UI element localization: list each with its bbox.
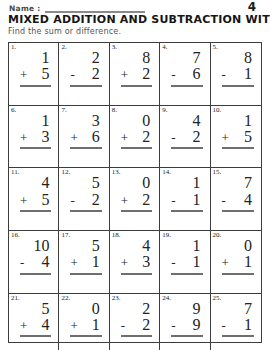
vertical-problem: 4 + 5 — [20, 175, 51, 230]
problem-cell: 19. 1 - 1 — [160, 231, 210, 294]
answer-space — [171, 149, 202, 167]
bottom-operand: 6 — [193, 66, 201, 82]
top-operand: 0 — [70, 301, 101, 317]
answer-space — [20, 87, 51, 105]
problem-grid: 1. 1 + 5 2. 2 - 2 3. 8 + — [8, 42, 262, 343]
vertical-problem: 4 - 2 — [171, 113, 202, 168]
problem-number: 20. — [213, 232, 222, 239]
answer-space — [20, 275, 51, 293]
operation-row: + 5 — [222, 129, 254, 145]
problem-cell: 25. 7 - 1 — [211, 294, 261, 350]
top-operand: 0 — [121, 113, 152, 129]
problem-cell: 5. 8 - 1 — [211, 43, 261, 106]
bottom-operand: 6 — [92, 129, 100, 145]
top-operand: 0 — [222, 238, 254, 254]
answer-space — [121, 337, 152, 350]
problem-number: 4. — [162, 44, 167, 51]
problem-number: 6. — [11, 107, 16, 114]
problem-cell: 23. 2 - 2 — [110, 294, 160, 350]
operator-sign: - — [171, 194, 175, 208]
answer-space — [121, 212, 152, 230]
operation-row: + 5 — [20, 66, 51, 82]
problem-number: 13. — [112, 169, 121, 176]
top-operand: 7 — [171, 50, 202, 66]
problem-cell: 13. 0 + 2 — [110, 168, 160, 231]
vertical-problem: 1 - 1 — [171, 175, 202, 230]
answer-space — [171, 87, 202, 105]
answer-space — [171, 337, 202, 350]
worksheet-instructions: Find the sum or difference. — [8, 27, 121, 36]
problem-cell: 15. 7 - 4 — [211, 168, 261, 231]
problem-cell: 18. 4 + 3 — [110, 231, 160, 294]
problem-cell: 17. 5 + 1 — [59, 231, 109, 294]
vertical-problem: 3 + 6 — [70, 113, 101, 168]
problem-number: 2. — [61, 44, 66, 51]
problem-number: 11. — [11, 169, 20, 176]
operator-sign: + — [121, 256, 128, 270]
bottom-operand: 9 — [193, 317, 201, 333]
operator-sign: - — [222, 319, 226, 333]
vertical-problem: 1 + 3 — [20, 113, 51, 168]
operator-sign: + — [70, 256, 77, 270]
problem-cell: 12. 5 - 2 — [59, 168, 109, 231]
vertical-problem: 1 - 1 — [171, 238, 202, 293]
top-operand: 2 — [70, 50, 101, 66]
problem-number: 10. — [213, 107, 222, 114]
top-operand: 3 — [70, 113, 101, 129]
vertical-problem: 9 - 9 — [171, 301, 202, 350]
answer-space — [70, 212, 101, 230]
problem-number: 3. — [112, 44, 117, 51]
vertical-problem: 7 - 4 — [222, 175, 254, 230]
top-operand: 7 — [222, 301, 254, 317]
operation-row: - 1 — [171, 254, 202, 270]
operation-row: + 5 — [20, 192, 51, 208]
worksheet-title: MIXED ADDITION AND SUBTRACTION WITHIN 10 — [8, 13, 270, 26]
bottom-operand: 2 — [193, 129, 201, 145]
problem-cell: 1. 1 + 5 — [9, 43, 59, 106]
answer-space — [70, 337, 101, 350]
vertical-problem: 2 - 2 — [70, 50, 101, 105]
top-operand: 9 — [171, 301, 202, 317]
answer-space — [222, 212, 254, 230]
operation-row: - 1 — [222, 66, 254, 82]
top-operand: 8 — [121, 50, 152, 66]
problem-number: 21. — [11, 295, 20, 302]
bottom-operand: 1 — [92, 317, 100, 333]
problem-cell: 2. 2 - 2 — [59, 43, 109, 106]
bottom-operand: 5 — [244, 129, 252, 145]
operator-sign: - — [171, 256, 175, 270]
answer-space — [70, 87, 101, 105]
vertical-problem: 0 + 2 — [121, 113, 152, 168]
answer-space — [171, 212, 202, 230]
operator-sign: + — [20, 131, 27, 145]
bottom-operand: 2 — [142, 129, 150, 145]
vertical-problem: 0 + 1 — [222, 238, 254, 293]
answer-space — [222, 337, 254, 350]
problem-number: 9. — [162, 107, 167, 114]
bottom-operand: 1 — [92, 254, 100, 270]
problem-cell: 14. 1 - 1 — [160, 168, 210, 231]
operator-sign: + — [222, 131, 229, 145]
bottom-operand: 2 — [92, 192, 100, 208]
operation-row: + 4 — [20, 317, 51, 333]
vertical-problem: 10 - 4 — [20, 238, 51, 293]
problem-cell: 8. 0 + 2 — [110, 106, 160, 169]
top-operand: 1 — [20, 50, 51, 66]
bottom-operand: 5 — [41, 66, 49, 82]
top-operand: 4 — [171, 113, 202, 129]
bottom-operand: 1 — [193, 254, 201, 270]
problem-number: 8. — [112, 107, 117, 114]
problem-number: 7. — [61, 107, 66, 114]
bottom-operand: 5 — [41, 192, 49, 208]
problem-cell: 24. 9 - 9 — [160, 294, 210, 350]
page-number: 4 — [248, 0, 256, 14]
problem-number: 18. — [112, 232, 121, 239]
top-operand: 5 — [70, 238, 101, 254]
operation-row: - 2 — [70, 192, 101, 208]
operation-row: + 1 — [70, 254, 101, 270]
operation-row: + 2 — [121, 192, 152, 208]
problem-number: 5. — [213, 44, 218, 51]
problem-cell: 21. 5 + 4 — [9, 294, 59, 350]
bottom-operand: 2 — [142, 66, 150, 82]
answer-space — [70, 275, 101, 293]
name-blank-line — [45, 3, 145, 13]
top-operand: 7 — [222, 175, 254, 191]
operator-sign: - — [171, 68, 175, 82]
problem-cell: 22. 0 + 1 — [59, 294, 109, 350]
problem-number: 22. — [61, 295, 70, 302]
operation-row: - 2 — [70, 66, 101, 82]
answer-space — [222, 275, 254, 293]
operator-sign: - — [222, 68, 226, 82]
bottom-operand: 4 — [41, 254, 49, 270]
top-operand: 1 — [222, 113, 254, 129]
bottom-operand: 2 — [92, 66, 100, 82]
vertical-problem: 2 - 2 — [121, 301, 152, 350]
top-operand: 1 — [171, 175, 202, 191]
operation-row: - 1 — [222, 317, 254, 333]
operation-row: - 1 — [171, 192, 202, 208]
operation-row: - 9 — [171, 317, 202, 333]
problem-cell: 4. 7 - 6 — [160, 43, 210, 106]
vertical-problem: 5 + 1 — [70, 238, 101, 293]
operation-row: + 1 — [70, 317, 101, 333]
vertical-problem: 8 - 1 — [222, 50, 254, 105]
bottom-operand: 1 — [244, 254, 252, 270]
top-operand: 4 — [121, 238, 152, 254]
answer-space — [121, 87, 152, 105]
vertical-problem: 0 + 2 — [121, 175, 152, 230]
vertical-problem: 7 - 1 — [222, 301, 254, 350]
vertical-problem: 5 - 2 — [70, 175, 101, 230]
operator-sign: + — [121, 131, 128, 145]
answer-space — [20, 337, 51, 350]
operation-row: + 2 — [121, 66, 152, 82]
operator-sign: - — [171, 319, 175, 333]
operation-row: + 2 — [121, 129, 152, 145]
top-operand: 0 — [121, 175, 152, 191]
operation-row: - 2 — [121, 317, 152, 333]
operation-row: - 6 — [171, 66, 202, 82]
operator-sign: - — [70, 68, 74, 82]
operation-row: + 1 — [222, 254, 254, 270]
operator-sign: + — [121, 194, 128, 208]
problem-cell: 6. 1 + 3 — [9, 106, 59, 169]
vertical-problem: 7 - 6 — [171, 50, 202, 105]
operation-row: - 4 — [20, 254, 51, 270]
answer-space — [20, 149, 51, 167]
answer-space — [222, 87, 254, 105]
operation-row: + 3 — [121, 254, 152, 270]
top-operand: 5 — [20, 301, 51, 317]
bottom-operand: 2 — [142, 192, 150, 208]
problem-cell: 20. 0 + 1 — [211, 231, 261, 294]
bottom-operand: 4 — [244, 192, 252, 208]
answer-space — [70, 149, 101, 167]
problem-number: 24. — [162, 295, 171, 302]
top-operand: 5 — [70, 175, 101, 191]
top-operand: 1 — [171, 238, 202, 254]
vertical-problem: 1 + 5 — [222, 113, 254, 168]
operator-sign: + — [70, 319, 77, 333]
operator-sign: + — [121, 68, 128, 82]
problem-number: 19. — [162, 232, 171, 239]
problem-cell: 11. 4 + 5 — [9, 168, 59, 231]
problem-number: 14. — [162, 169, 171, 176]
operator-sign: - — [121, 319, 125, 333]
vertical-problem: 4 + 3 — [121, 238, 152, 293]
answer-space — [171, 275, 202, 293]
operator-sign: + — [20, 68, 27, 82]
top-operand: 1 — [20, 113, 51, 129]
vertical-problem: 1 + 5 — [20, 50, 51, 105]
bottom-operand: 1 — [244, 317, 252, 333]
top-operand: 2 — [121, 301, 152, 317]
problem-number: 12. — [61, 169, 70, 176]
bottom-operand: 3 — [41, 129, 49, 145]
top-operand: 8 — [222, 50, 254, 66]
vertical-problem: 0 + 1 — [70, 301, 101, 350]
operator-sign: - — [70, 194, 74, 208]
operator-sign: - — [222, 194, 226, 208]
vertical-problem: 8 + 2 — [121, 50, 152, 105]
operation-row: + 6 — [70, 129, 101, 145]
bottom-operand: 1 — [244, 66, 252, 82]
answer-space — [121, 275, 152, 293]
operation-row: + 3 — [20, 129, 51, 145]
top-operand: 10 — [20, 238, 51, 254]
problem-number: 15. — [213, 169, 222, 176]
bottom-operand: 3 — [142, 254, 150, 270]
problem-number: 25. — [213, 295, 222, 302]
top-operand: 4 — [20, 175, 51, 191]
operation-row: - 4 — [222, 192, 254, 208]
problem-number: 17. — [61, 232, 70, 239]
operation-row: - 2 — [171, 129, 202, 145]
name-row: Name : — [9, 3, 261, 13]
bottom-operand: 1 — [193, 192, 201, 208]
name-label: Name : — [9, 4, 41, 13]
operator-sign: + — [20, 194, 27, 208]
answer-space — [222, 149, 254, 167]
problem-number: 1. — [11, 44, 16, 51]
problem-cell: 16. 10 - 4 — [9, 231, 59, 294]
operator-sign: + — [222, 256, 229, 270]
bottom-operand: 2 — [142, 317, 150, 333]
problem-number: 23. — [112, 295, 121, 302]
vertical-problem: 5 + 4 — [20, 301, 51, 350]
problem-cell: 3. 8 + 2 — [110, 43, 160, 106]
problem-number: 16. — [11, 232, 20, 239]
answer-space — [121, 149, 152, 167]
bottom-operand: 4 — [41, 317, 49, 333]
answer-space — [20, 212, 51, 230]
operator-sign: - — [171, 131, 175, 145]
operator-sign: - — [20, 256, 24, 270]
problem-cell: 7. 3 + 6 — [59, 106, 109, 169]
worksheet-page: Name : 4 MIXED ADDITION AND SUBTRACTION … — [0, 0, 270, 350]
problem-cell: 9. 4 - 2 — [160, 106, 210, 169]
operator-sign: + — [70, 131, 77, 145]
problem-cell: 10. 1 + 5 — [211, 106, 261, 169]
operator-sign: + — [20, 319, 27, 333]
